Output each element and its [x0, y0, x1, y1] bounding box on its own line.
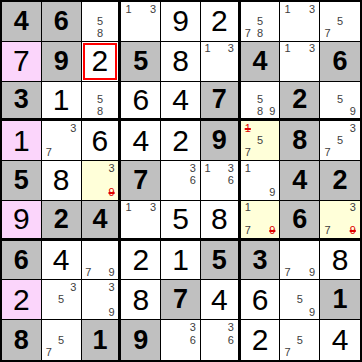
- candidate-1: 1: [242, 162, 254, 174]
- empty-candidate-slot: [306, 254, 318, 266]
- candidate-grid: 58: [83, 3, 118, 40]
- solved-digit: 9: [172, 6, 189, 36]
- empty-candidate-slot: [242, 15, 254, 27]
- empty-candidate-slot: [294, 242, 306, 254]
- given-digit: 2: [333, 167, 348, 194]
- candidate-7: 7: [281, 346, 293, 359]
- empty-candidate-slot: [294, 266, 306, 278]
- cell-r7c6[interactable]: 5: [201, 241, 241, 281]
- empty-candidate-slot: [266, 94, 278, 106]
- cell-r8c9[interactable]: 1: [320, 280, 360, 320]
- cell-r1c9[interactable]: 57: [320, 2, 360, 42]
- candidate-5: 5: [254, 15, 266, 27]
- cell-r4c9[interactable]: 357: [320, 121, 360, 161]
- empty-candidate-slot: [306, 334, 318, 347]
- cell-r1c6[interactable]: 2: [201, 2, 241, 42]
- candidate-5: 5: [94, 15, 106, 27]
- empty-candidate-slot: [83, 242, 95, 254]
- empty-candidate-slot: [94, 242, 106, 254]
- candidate-7: 7: [242, 28, 254, 40]
- candidate-1: 1: [202, 43, 214, 55]
- cell-r5c7[interactable]: 19: [241, 161, 281, 201]
- empty-candidate-slot: [346, 147, 359, 159]
- empty-candidate-slot: [306, 67, 318, 79]
- empty-candidate-slot: [83, 15, 95, 27]
- cell-r7c5[interactable]: 1: [161, 241, 201, 281]
- empty-candidate-slot: [106, 106, 118, 118]
- empty-candidate-slot: [135, 3, 147, 15]
- empty-candidate-slot: [254, 187, 266, 199]
- empty-candidate-slot: [254, 225, 266, 237]
- empty-candidate-slot: [266, 3, 278, 15]
- given-digit: 7: [212, 86, 227, 113]
- candidate-1: 1: [122, 202, 134, 214]
- cell-r4c7[interactable]: 157: [241, 121, 281, 161]
- empty-candidate-slot: [242, 187, 254, 199]
- candidate-grid: 13: [122, 202, 159, 237]
- solved-digit: 7: [13, 46, 30, 76]
- given-digit: 7: [173, 286, 188, 313]
- empty-candidate-slot: [67, 346, 79, 359]
- cell-r7c9[interactable]: 8: [320, 241, 360, 281]
- empty-candidate-slot: [83, 174, 95, 186]
- solved-digit: 2: [132, 245, 149, 275]
- candidate-grid: 578: [242, 3, 279, 40]
- candidate-grid: 79: [83, 242, 118, 279]
- cell-r2c7[interactable]: 4: [241, 42, 281, 82]
- empty-candidate-slot: [306, 242, 318, 254]
- cell-r5c3[interactable]: 39: [82, 161, 122, 201]
- cell-r3c7[interactable]: 589: [241, 82, 281, 122]
- empty-candidate-slot: [174, 162, 186, 174]
- candidate-6: 6: [187, 334, 199, 347]
- candidate-3: 3: [225, 43, 237, 55]
- solved-digit: 9: [13, 204, 30, 234]
- empty-candidate-slot: [321, 15, 334, 27]
- candidate-6: 6: [225, 334, 237, 347]
- empty-candidate-slot: [106, 174, 118, 186]
- cell-r3c8[interactable]: 2: [280, 82, 320, 122]
- cell-r2c2[interactable]: 9: [42, 42, 82, 82]
- empty-candidate-slot: [281, 15, 293, 27]
- empty-candidate-slot: [294, 15, 306, 27]
- solved-digit: 2: [13, 285, 30, 315]
- candidate-3: 3: [147, 3, 159, 15]
- empty-candidate-slot: [213, 43, 225, 55]
- cell-r4c8[interactable]: 8: [280, 121, 320, 161]
- cell-r2c5[interactable]: 8: [161, 42, 201, 82]
- empty-candidate-slot: [83, 106, 95, 118]
- empty-candidate-slot: [281, 334, 293, 347]
- empty-candidate-slot: [321, 3, 334, 15]
- cell-r9c1[interactable]: 8: [2, 320, 42, 360]
- empty-candidate-slot: [162, 346, 174, 359]
- cell-r9c4[interactable]: 9: [121, 320, 161, 360]
- empty-candidate-slot: [83, 254, 95, 266]
- empty-candidate-slot: [106, 242, 118, 254]
- cell-r5c6[interactable]: 136: [201, 161, 241, 201]
- cell-r2c1[interactable]: 7: [2, 42, 42, 82]
- cell-r2c4[interactable]: 5: [121, 42, 161, 82]
- empty-candidate-slot: [94, 187, 106, 199]
- candidate-grid: 79: [281, 242, 318, 279]
- empty-candidate-slot: [213, 187, 225, 199]
- cell-r8c6[interactable]: 4: [201, 280, 241, 320]
- candidate-5: 5: [55, 334, 67, 347]
- candidate-3: 3: [147, 202, 159, 214]
- candidate-grid: 13: [281, 43, 318, 80]
- cell-r7c8[interactable]: 79: [280, 241, 320, 281]
- cell-r1c1[interactable]: 4: [2, 2, 42, 42]
- solved-digit: 4: [332, 325, 349, 355]
- cell-r8c8[interactable]: 59: [280, 280, 320, 320]
- empty-candidate-slot: [266, 213, 278, 225]
- solved-digit: 1: [53, 85, 70, 115]
- empty-candidate-slot: [147, 28, 159, 40]
- cell-r6c1[interactable]: 9: [2, 201, 42, 241]
- empty-candidate-slot: [225, 187, 237, 199]
- candidate-3: 3: [67, 281, 79, 293]
- solved-digit: 4: [172, 85, 189, 115]
- candidate-8: 8: [254, 28, 266, 40]
- empty-candidate-slot: [202, 174, 214, 186]
- cell-r3c4[interactable]: 6: [121, 82, 161, 122]
- empty-candidate-slot: [187, 346, 199, 359]
- given-digit: 4: [253, 48, 268, 75]
- cell-r2c9[interactable]: 6: [320, 42, 360, 82]
- empty-candidate-slot: [266, 15, 278, 27]
- candidate-9: 9: [346, 106, 359, 118]
- cell-r1c3[interactable]: 58: [82, 2, 122, 42]
- empty-candidate-slot: [147, 213, 159, 225]
- empty-candidate-slot: [43, 321, 55, 334]
- given-digit: 4: [92, 206, 107, 233]
- empty-candidate-slot: [94, 294, 106, 306]
- empty-candidate-slot: [55, 135, 67, 147]
- candidate-3: 3: [346, 122, 359, 134]
- empty-candidate-slot: [135, 202, 147, 214]
- empty-candidate-slot: [94, 254, 106, 266]
- candidate-7: 7: [321, 225, 334, 237]
- cell-r3c9[interactable]: 59: [320, 82, 360, 122]
- given-digit: 8: [292, 127, 307, 154]
- empty-candidate-slot: [321, 106, 334, 118]
- empty-candidate-slot: [202, 346, 214, 359]
- empty-candidate-slot: [334, 225, 347, 237]
- empty-candidate-slot: [83, 94, 95, 106]
- cell-r7c7[interactable]: 3: [241, 241, 281, 281]
- cell-r6c2[interactable]: 2: [42, 201, 82, 241]
- solved-digit: 1: [172, 245, 189, 275]
- cell-r6c6[interactable]: 8: [201, 201, 241, 241]
- candidate-7: 7: [43, 147, 55, 159]
- cell-r2c8[interactable]: 13: [280, 42, 320, 82]
- cell-r8c4[interactable]: 8: [121, 280, 161, 320]
- empty-candidate-slot: [55, 147, 67, 159]
- eliminated-candidate-9: 9: [106, 187, 118, 199]
- cell-r9c3[interactable]: 1: [82, 320, 122, 360]
- empty-candidate-slot: [174, 321, 186, 334]
- empty-candidate-slot: [254, 162, 266, 174]
- cell-r9c2[interactable]: 57: [42, 320, 82, 360]
- empty-candidate-slot: [294, 281, 306, 293]
- candidate-grid: 13: [281, 3, 318, 40]
- empty-candidate-slot: [306, 55, 318, 67]
- solved-digit: 1: [13, 126, 30, 156]
- solved-digit: 6: [92, 126, 109, 156]
- empty-candidate-slot: [213, 346, 225, 359]
- sudoku-board: 4658139257813577925813413631586475892591…: [0, 0, 362, 362]
- empty-candidate-slot: [122, 225, 134, 237]
- candidate-grid: 13: [202, 43, 237, 80]
- eliminated-candidate-9: 9: [266, 225, 278, 237]
- cell-r9c7[interactable]: 2: [241, 320, 281, 360]
- solved-digit: 8: [132, 285, 149, 315]
- empty-candidate-slot: [242, 174, 254, 186]
- cell-r4c4[interactable]: 4: [121, 121, 161, 161]
- empty-candidate-slot: [106, 15, 118, 27]
- cell-r1c8[interactable]: 13: [280, 2, 320, 42]
- cell-r3c2[interactable]: 1: [42, 82, 82, 122]
- cell-r5c8[interactable]: 4: [280, 161, 320, 201]
- cell-r6c3[interactable]: 4: [82, 201, 122, 241]
- empty-candidate-slot: [94, 3, 106, 15]
- cell-r3c3[interactable]: 58: [82, 82, 122, 122]
- empty-candidate-slot: [254, 147, 266, 159]
- cell-r7c2[interactable]: 4: [42, 241, 82, 281]
- cell-r1c2[interactable]: 6: [42, 2, 82, 42]
- empty-candidate-slot: [67, 334, 79, 347]
- candidate-5: 5: [254, 135, 266, 147]
- empty-candidate-slot: [334, 147, 347, 159]
- solved-digit: 8: [53, 165, 70, 195]
- candidate-grid: 59: [321, 83, 359, 118]
- candidate-3: 3: [306, 3, 318, 15]
- solved-digit: 2: [92, 46, 109, 76]
- empty-candidate-slot: [294, 3, 306, 15]
- candidate-5: 5: [55, 294, 67, 306]
- candidate-5: 5: [294, 294, 306, 306]
- empty-candidate-slot: [346, 83, 359, 95]
- cell-r5c4[interactable]: 7: [121, 161, 161, 201]
- candidate-7: 7: [242, 147, 254, 159]
- empty-candidate-slot: [162, 187, 174, 199]
- empty-candidate-slot: [266, 122, 278, 134]
- cell-r6c5[interactable]: 5: [161, 201, 201, 241]
- empty-candidate-slot: [346, 213, 359, 225]
- empty-candidate-slot: [43, 122, 55, 134]
- candidate-3: 3: [225, 321, 237, 334]
- empty-candidate-slot: [106, 28, 118, 40]
- candidate-grid: 157: [242, 122, 279, 159]
- empty-candidate-slot: [213, 55, 225, 67]
- empty-candidate-slot: [321, 83, 334, 95]
- candidate-8: 8: [254, 106, 266, 118]
- empty-candidate-slot: [281, 254, 293, 266]
- candidate-5: 5: [254, 94, 266, 106]
- candidate-1: 1: [281, 43, 293, 55]
- empty-candidate-slot: [281, 242, 293, 254]
- cell-r9c6[interactable]: 36: [201, 320, 241, 360]
- cell-r9c8[interactable]: 57: [280, 320, 320, 360]
- solved-digit: 5: [172, 204, 189, 234]
- cell-r3c6[interactable]: 7: [201, 82, 241, 122]
- empty-candidate-slot: [67, 135, 79, 147]
- cell-r9c5[interactable]: 36: [161, 320, 201, 360]
- empty-candidate-slot: [106, 254, 118, 266]
- empty-candidate-slot: [147, 15, 159, 27]
- cell-r7c3[interactable]: 79: [82, 241, 122, 281]
- empty-candidate-slot: [55, 306, 67, 318]
- empty-candidate-slot: [67, 294, 79, 306]
- empty-candidate-slot: [281, 55, 293, 67]
- empty-candidate-slot: [67, 147, 79, 159]
- cell-r5c5[interactable]: 36: [161, 161, 201, 201]
- candidate-grid: 136: [202, 162, 237, 199]
- cell-r9c9[interactable]: 4: [320, 320, 360, 360]
- candidate-7: 7: [43, 346, 55, 359]
- empty-candidate-slot: [94, 281, 106, 293]
- empty-candidate-slot: [94, 162, 106, 174]
- candidate-3: 3: [106, 162, 118, 174]
- cell-r8c3[interactable]: 39: [82, 280, 122, 320]
- cell-r6c8[interactable]: 6: [280, 201, 320, 241]
- empty-candidate-slot: [321, 122, 334, 134]
- candidate-9: 9: [266, 187, 278, 199]
- empty-candidate-slot: [174, 174, 186, 186]
- cell-r4c3[interactable]: 6: [82, 121, 122, 161]
- empty-candidate-slot: [162, 174, 174, 186]
- empty-candidate-slot: [266, 147, 278, 159]
- empty-candidate-slot: [135, 213, 147, 225]
- empty-candidate-slot: [106, 294, 118, 306]
- empty-candidate-slot: [202, 334, 214, 347]
- candidate-7: 7: [321, 28, 334, 40]
- empty-candidate-slot: [162, 162, 174, 174]
- empty-candidate-slot: [174, 346, 186, 359]
- cell-r4c2[interactable]: 37: [42, 121, 82, 161]
- cell-r2c6[interactable]: 13: [201, 42, 241, 82]
- cell-r3c1[interactable]: 3: [2, 82, 42, 122]
- eliminated-candidate-9: 9: [346, 225, 359, 237]
- empty-candidate-slot: [334, 202, 347, 214]
- empty-candidate-slot: [254, 3, 266, 15]
- cell-r6c7[interactable]: 179: [241, 201, 281, 241]
- given-digit: 5: [212, 247, 227, 274]
- solved-digit: 4: [53, 245, 70, 275]
- cell-r4c1[interactable]: 1: [2, 121, 42, 161]
- cell-r5c2[interactable]: 8: [42, 161, 82, 201]
- empty-candidate-slot: [202, 55, 214, 67]
- empty-candidate-slot: [254, 122, 266, 134]
- candidate-1: 1: [202, 162, 214, 174]
- empty-candidate-slot: [174, 187, 186, 199]
- empty-candidate-slot: [306, 28, 318, 40]
- cell-r8c2[interactable]: 35: [42, 280, 82, 320]
- empty-candidate-slot: [281, 321, 293, 334]
- candidate-5: 5: [294, 334, 306, 347]
- cell-r3c5[interactable]: 4: [161, 82, 201, 122]
- candidate-7: 7: [83, 266, 95, 278]
- candidate-9: 9: [106, 306, 118, 318]
- given-digit: 1: [92, 327, 107, 354]
- cell-r5c1[interactable]: 5: [2, 161, 42, 201]
- empty-candidate-slot: [202, 321, 214, 334]
- cell-r6c9[interactable]: 379: [320, 201, 360, 241]
- given-digit: 9: [212, 127, 227, 154]
- candidate-7: 7: [281, 266, 293, 278]
- empty-candidate-slot: [43, 294, 55, 306]
- solved-digit: 6: [132, 85, 149, 115]
- cell-r2c3[interactable]: 2: [82, 42, 122, 82]
- candidate-7: 7: [242, 225, 254, 237]
- candidate-1: 1: [281, 3, 293, 15]
- empty-candidate-slot: [43, 334, 55, 347]
- cell-r4c6[interactable]: 9: [201, 121, 241, 161]
- solved-digit: 6: [252, 285, 269, 315]
- empty-candidate-slot: [266, 162, 278, 174]
- candidate-3: 3: [306, 43, 318, 55]
- given-digit: 4: [292, 167, 307, 194]
- empty-candidate-slot: [135, 15, 147, 27]
- candidate-grid: 36: [162, 321, 199, 359]
- given-digit: 9: [133, 327, 148, 354]
- candidate-grid: 37: [43, 122, 80, 159]
- candidate-grid: 589: [242, 83, 279, 118]
- candidate-3: 3: [67, 122, 79, 134]
- candidate-9: 9: [266, 106, 278, 118]
- empty-candidate-slot: [94, 266, 106, 278]
- given-digit: 6: [292, 206, 307, 233]
- candidate-5: 5: [94, 94, 106, 106]
- solved-digit: 2: [252, 325, 269, 355]
- empty-candidate-slot: [55, 281, 67, 293]
- cell-r1c5[interactable]: 9: [161, 2, 201, 42]
- empty-candidate-slot: [242, 3, 254, 15]
- empty-candidate-slot: [266, 135, 278, 147]
- cell-r7c4[interactable]: 2: [121, 241, 161, 281]
- empty-candidate-slot: [106, 94, 118, 106]
- cell-r5c9[interactable]: 2: [320, 161, 360, 201]
- empty-candidate-slot: [106, 83, 118, 95]
- empty-candidate-slot: [187, 187, 199, 199]
- empty-candidate-slot: [83, 187, 95, 199]
- empty-candidate-slot: [83, 83, 95, 95]
- cell-r6c4[interactable]: 13: [121, 201, 161, 241]
- cell-r8c5[interactable]: 7: [161, 280, 201, 320]
- empty-candidate-slot: [294, 254, 306, 266]
- empty-candidate-slot: [162, 334, 174, 347]
- cell-r1c4[interactable]: 13: [121, 2, 161, 42]
- empty-candidate-slot: [281, 28, 293, 40]
- cell-r1c7[interactable]: 578: [241, 2, 281, 42]
- candidate-8: 8: [94, 106, 106, 118]
- empty-candidate-slot: [321, 135, 334, 147]
- empty-candidate-slot: [83, 306, 95, 318]
- cell-r8c1[interactable]: 2: [2, 280, 42, 320]
- empty-candidate-slot: [254, 83, 266, 95]
- empty-candidate-slot: [213, 174, 225, 186]
- cell-r7c1[interactable]: 6: [2, 241, 42, 281]
- cell-r8c7[interactable]: 6: [241, 280, 281, 320]
- empty-candidate-slot: [254, 174, 266, 186]
- empty-candidate-slot: [294, 321, 306, 334]
- given-digit: 7: [133, 167, 148, 194]
- candidate-9: 9: [306, 266, 318, 278]
- solved-digit: 8: [172, 46, 189, 76]
- cell-r4c5[interactable]: 2: [161, 121, 201, 161]
- empty-candidate-slot: [334, 83, 347, 95]
